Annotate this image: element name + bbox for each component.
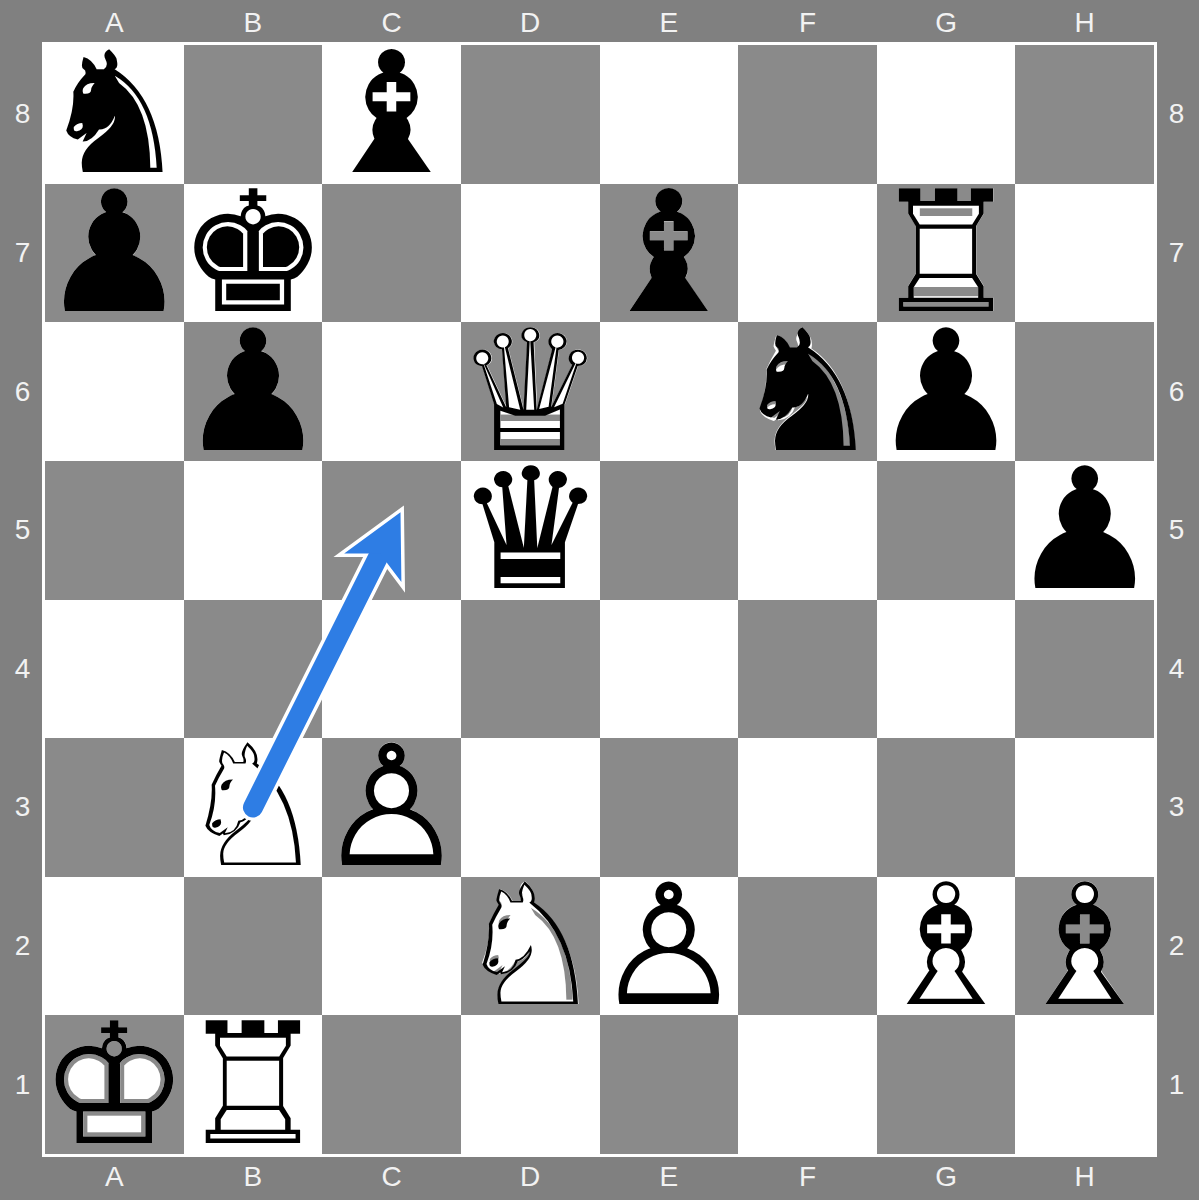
- square-a1[interactable]: ♚♔: [45, 1015, 184, 1154]
- rank-label-4: 4: [1154, 600, 1199, 739]
- rank-label-2: 2: [1154, 877, 1199, 1016]
- rank-label-5: 5: [0, 461, 45, 600]
- piece-underlay: ♜: [184, 1015, 323, 1154]
- square-h3[interactable]: [1015, 738, 1154, 877]
- square-g1[interactable]: [877, 1015, 1016, 1154]
- file-label-c: C: [322, 0, 461, 45]
- file-label-h: H: [1015, 0, 1154, 45]
- rank-label-3: 3: [1154, 738, 1199, 877]
- rank-label-7: 7: [1154, 184, 1199, 323]
- rank-label-8: 8: [1154, 45, 1199, 184]
- rank-label-8: 8: [0, 45, 45, 184]
- piece-underlay: ♜: [877, 184, 1016, 323]
- square-h6[interactable]: [1015, 322, 1154, 461]
- square-a2[interactable]: [45, 877, 184, 1016]
- piece-white-bishop[interactable]: ♗: [1015, 877, 1154, 1016]
- piece-black-queen[interactable]: ♛: [461, 461, 600, 600]
- piece-underlay: ♗: [600, 184, 739, 323]
- file-label-f: F: [738, 1154, 877, 1200]
- square-c3[interactable]: ♟♙: [322, 738, 461, 877]
- square-a4[interactable]: [45, 600, 184, 739]
- square-c5[interactable]: [322, 461, 461, 600]
- square-e3[interactable]: [600, 738, 739, 877]
- square-g2[interactable]: ♝♗: [877, 877, 1016, 1016]
- square-c7[interactable]: [322, 184, 461, 323]
- square-c6[interactable]: [322, 322, 461, 461]
- piece-black-bishop[interactable]: ♝: [600, 184, 739, 323]
- square-f7[interactable]: [738, 184, 877, 323]
- square-f2[interactable]: [738, 877, 877, 1016]
- file-label-g: G: [877, 0, 1016, 45]
- piece-underlay: ♘: [45, 45, 184, 184]
- piece-black-knight[interactable]: ♞: [738, 322, 877, 461]
- rank-label-1: 1: [1154, 1015, 1199, 1154]
- rank-label-6: 6: [1154, 322, 1199, 461]
- piece-white-king[interactable]: ♔: [45, 1015, 184, 1154]
- square-e5[interactable]: [600, 461, 739, 600]
- square-a6[interactable]: [45, 322, 184, 461]
- square-g3[interactable]: [877, 738, 1016, 877]
- file-label-d: D: [461, 0, 600, 45]
- file-label-g: G: [877, 1154, 1016, 1200]
- square-d8[interactable]: [461, 45, 600, 184]
- piece-underlay: ♛: [461, 322, 600, 461]
- rank-labels-left: 87654321: [0, 45, 45, 1154]
- square-f5[interactable]: [738, 461, 877, 600]
- square-d1[interactable]: [461, 1015, 600, 1154]
- file-labels-top: ABCDEFGH: [45, 0, 1154, 45]
- square-d5[interactable]: ♕♛: [461, 461, 600, 600]
- piece-white-pawn[interactable]: ♙: [600, 877, 739, 1016]
- square-e6[interactable]: [600, 322, 739, 461]
- square-d3[interactable]: [461, 738, 600, 877]
- square-a3[interactable]: [45, 738, 184, 877]
- file-label-a: A: [45, 1154, 184, 1200]
- piece-underlay: ♔: [184, 184, 323, 323]
- square-e7[interactable]: ♗♝: [600, 184, 739, 323]
- square-g4[interactable]: [877, 600, 1016, 739]
- square-b2[interactable]: [184, 877, 323, 1016]
- square-h8[interactable]: [1015, 45, 1154, 184]
- square-b7[interactable]: ♔♚: [184, 184, 323, 323]
- square-e2[interactable]: ♟♙: [600, 877, 739, 1016]
- square-c1[interactable]: [322, 1015, 461, 1154]
- square-c2[interactable]: [322, 877, 461, 1016]
- file-labels-bottom: ABCDEFGH: [45, 1154, 1154, 1200]
- square-b3[interactable]: ♞♘: [184, 738, 323, 877]
- piece-white-rook[interactable]: ♖: [877, 184, 1016, 323]
- piece-white-queen[interactable]: ♕: [461, 322, 600, 461]
- piece-black-pawn[interactable]: ♟: [45, 184, 184, 323]
- file-label-e: E: [600, 1154, 739, 1200]
- file-label-b: B: [184, 1154, 323, 1200]
- square-a5[interactable]: [45, 461, 184, 600]
- square-d4[interactable]: [461, 600, 600, 739]
- square-e1[interactable]: [600, 1015, 739, 1154]
- square-d6[interactable]: ♛♕: [461, 322, 600, 461]
- file-label-f: F: [738, 0, 877, 45]
- square-f4[interactable]: [738, 600, 877, 739]
- square-h2[interactable]: ♝♗: [1015, 877, 1154, 1016]
- square-f8[interactable]: [738, 45, 877, 184]
- square-b8[interactable]: [184, 45, 323, 184]
- rank-label-4: 4: [0, 600, 45, 739]
- square-g7[interactable]: ♜♖: [877, 184, 1016, 323]
- square-a7[interactable]: ♙♟: [45, 184, 184, 323]
- chess-diagram: ABCDEFGH ABCDEFGH 87654321 87654321 ♘♞♗♝…: [0, 0, 1199, 1200]
- square-c4[interactable]: [322, 600, 461, 739]
- piece-underlay: ♞: [184, 738, 323, 877]
- file-label-d: D: [461, 1154, 600, 1200]
- piece-underlay: ♝: [1015, 877, 1154, 1016]
- square-e4[interactable]: [600, 600, 739, 739]
- piece-white-pawn[interactable]: ♙: [322, 738, 461, 877]
- piece-white-bishop[interactable]: ♗: [877, 877, 1016, 1016]
- square-h7[interactable]: [1015, 184, 1154, 323]
- piece-underlay: ♘: [738, 322, 877, 461]
- piece-underlay: ♟: [322, 738, 461, 877]
- square-b4[interactable]: [184, 600, 323, 739]
- piece-underlay: ♙: [45, 184, 184, 323]
- square-e8[interactable]: [600, 45, 739, 184]
- piece-white-rook[interactable]: ♖: [184, 1015, 323, 1154]
- square-g6[interactable]: ♙♟: [877, 322, 1016, 461]
- piece-underlay: ♙: [184, 322, 323, 461]
- rank-label-1: 1: [0, 1015, 45, 1154]
- square-h4[interactable]: [1015, 600, 1154, 739]
- piece-black-pawn[interactable]: ♟: [877, 322, 1016, 461]
- rank-label-3: 3: [0, 738, 45, 877]
- square-d2[interactable]: ♞♘: [461, 877, 600, 1016]
- file-label-b: B: [184, 0, 323, 45]
- piece-black-pawn[interactable]: ♟: [184, 322, 323, 461]
- square-d7[interactable]: [461, 184, 600, 323]
- piece-black-knight[interactable]: ♞: [45, 45, 184, 184]
- piece-underlay: ♟: [600, 877, 739, 1016]
- chess-board: ♘♞♗♝♙♟♔♚♗♝♜♖♙♟♛♕♘♞♙♟♕♛♙♟♞♘♟♙♞♘♟♙♝♗♝♗♚♔♜♖: [45, 45, 1154, 1154]
- square-f3[interactable]: [738, 738, 877, 877]
- square-b1[interactable]: ♜♖: [184, 1015, 323, 1154]
- square-h1[interactable]: [1015, 1015, 1154, 1154]
- square-c8[interactable]: ♗♝: [322, 45, 461, 184]
- piece-underlay: ♞: [461, 877, 600, 1016]
- file-label-h: H: [1015, 1154, 1154, 1200]
- piece-white-knight[interactable]: ♘: [184, 738, 323, 877]
- square-b5[interactable]: [184, 461, 323, 600]
- piece-black-bishop[interactable]: ♝: [322, 45, 461, 184]
- file-label-c: C: [322, 1154, 461, 1200]
- square-h5[interactable]: ♙♟: [1015, 461, 1154, 600]
- piece-black-king[interactable]: ♚: [184, 184, 323, 323]
- rank-label-7: 7: [0, 184, 45, 323]
- piece-black-pawn[interactable]: ♟: [1015, 461, 1154, 600]
- piece-underlay: ♗: [322, 45, 461, 184]
- rank-label-5: 5: [1154, 461, 1199, 600]
- piece-underlay: ♝: [877, 877, 1016, 1016]
- square-b6[interactable]: ♙♟: [184, 322, 323, 461]
- piece-underlay: ♙: [1015, 461, 1154, 600]
- square-g8[interactable]: [877, 45, 1016, 184]
- rank-label-6: 6: [0, 322, 45, 461]
- file-label-e: E: [600, 0, 739, 45]
- square-f6[interactable]: ♘♞: [738, 322, 877, 461]
- square-g5[interactable]: [877, 461, 1016, 600]
- piece-white-knight[interactable]: ♘: [461, 877, 600, 1016]
- piece-underlay: ♙: [877, 322, 1016, 461]
- piece-underlay: ♕: [461, 461, 600, 600]
- rank-label-2: 2: [0, 877, 45, 1016]
- rank-labels-right: 87654321: [1154, 45, 1199, 1154]
- file-label-a: A: [45, 0, 184, 45]
- square-a8[interactable]: ♘♞: [45, 45, 184, 184]
- piece-underlay: ♚: [45, 1015, 184, 1154]
- square-f1[interactable]: [738, 1015, 877, 1154]
